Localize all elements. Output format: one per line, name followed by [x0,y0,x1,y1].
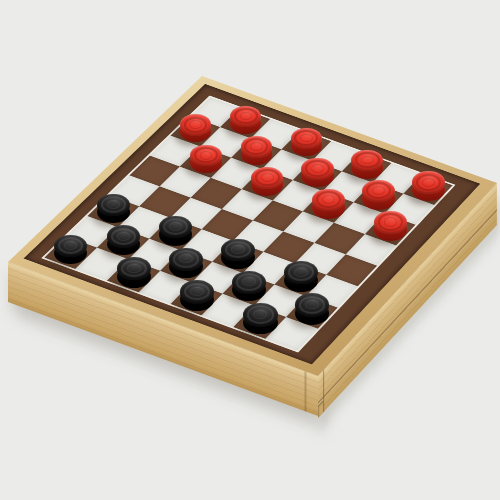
black-checker-h2[interactable] [295,293,330,324]
checker-top [374,211,408,234]
checker-top [241,136,273,158]
red-checker-f8[interactable] [351,150,383,179]
checker-top [232,271,266,294]
red-checker-h8[interactable] [412,171,445,201]
red-checker-h6[interactable] [374,211,408,241]
checker-top [301,158,333,180]
checker-top [295,293,330,317]
black-checker-g1[interactable] [243,303,278,334]
checker-top [54,235,87,257]
red-checker-b6[interactable] [190,145,222,174]
black-checker-a3[interactable] [97,194,129,223]
black-checker-e3[interactable] [221,239,255,269]
red-checker-c7[interactable] [241,136,273,165]
red-checker-b8[interactable] [230,106,261,134]
checker-top [107,225,140,247]
pieces-layer [0,0,500,500]
black-checker-a1[interactable] [54,235,87,265]
checker-top [97,194,129,216]
checker-top [180,114,211,135]
black-checker-c3[interactable] [159,216,192,246]
checker-top [284,261,318,284]
black-checker-c1[interactable] [117,257,151,287]
black-checker-f2[interactable] [232,271,266,302]
black-checker-b2[interactable] [107,225,140,255]
checker-top [251,167,283,189]
checker-top [190,145,222,167]
red-checker-a7[interactable] [180,114,211,142]
red-checker-f6[interactable] [312,189,345,219]
red-checker-g7[interactable] [362,180,395,210]
checkers-set-photo [0,0,500,500]
checker-top [117,257,151,280]
checker-top [169,248,203,271]
checker-top [221,239,255,262]
red-checker-e7[interactable] [301,158,333,187]
black-checker-d2[interactable] [169,248,203,278]
black-checker-e1[interactable] [180,280,214,311]
black-checker-g3[interactable] [284,261,318,292]
checker-top [412,171,445,193]
red-checker-d8[interactable] [291,128,323,157]
red-checker-d6[interactable] [251,167,283,196]
checker-top [243,303,278,327]
checker-top [180,280,214,303]
